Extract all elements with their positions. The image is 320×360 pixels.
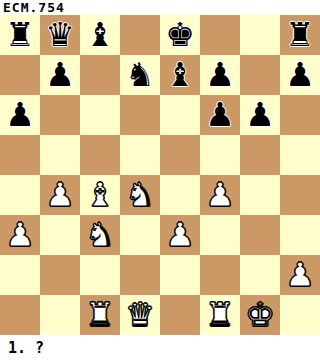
square-d1[interactable]: ♛: [120, 295, 160, 335]
square-f8[interactable]: [200, 15, 240, 55]
square-f1[interactable]: ♜: [200, 295, 240, 335]
square-f2[interactable]: [200, 255, 240, 295]
square-d2[interactable]: [120, 255, 160, 295]
square-h8[interactable]: ♜: [280, 15, 320, 55]
square-f6[interactable]: ♟: [200, 95, 240, 135]
square-c2[interactable]: [80, 255, 120, 295]
square-e1[interactable]: [160, 295, 200, 335]
square-c6[interactable]: [80, 95, 120, 135]
square-d7[interactable]: ♞: [120, 55, 160, 95]
square-d8[interactable]: [120, 15, 160, 55]
piece-black-pawn: ♟: [280, 55, 320, 95]
square-f5[interactable]: [200, 135, 240, 175]
square-f3[interactable]: [200, 215, 240, 255]
piece-white-rook: ♜: [200, 295, 240, 335]
square-b6[interactable]: [40, 95, 80, 135]
square-h4[interactable]: [280, 175, 320, 215]
square-f4[interactable]: ♟: [200, 175, 240, 215]
piece-white-rook: ♜: [80, 295, 120, 335]
square-h2[interactable]: ♟: [280, 255, 320, 295]
piece-white-knight: ♞: [120, 175, 160, 215]
square-h3[interactable]: [280, 215, 320, 255]
square-h1[interactable]: [280, 295, 320, 335]
square-e6[interactable]: [160, 95, 200, 135]
piece-black-pawn: ♟: [0, 95, 40, 135]
square-b8[interactable]: ♛: [40, 15, 80, 55]
piece-black-rook: ♜: [0, 15, 40, 55]
square-d3[interactable]: [120, 215, 160, 255]
piece-black-king: ♚: [160, 15, 200, 55]
piece-black-pawn: ♟: [200, 95, 240, 135]
square-c5[interactable]: [80, 135, 120, 175]
square-c7[interactable]: [80, 55, 120, 95]
square-b1[interactable]: [40, 295, 80, 335]
square-g8[interactable]: [240, 15, 280, 55]
square-c1[interactable]: ♜: [80, 295, 120, 335]
piece-black-queen: ♛: [40, 15, 80, 55]
piece-white-bishop: ♝: [80, 175, 120, 215]
square-b4[interactable]: ♟: [40, 175, 80, 215]
square-b2[interactable]: [40, 255, 80, 295]
square-a2[interactable]: [0, 255, 40, 295]
square-c8[interactable]: ♝: [80, 15, 120, 55]
square-b7[interactable]: ♟: [40, 55, 80, 95]
square-h6[interactable]: [280, 95, 320, 135]
piece-white-pawn: ♟: [200, 175, 240, 215]
square-c4[interactable]: ♝: [80, 175, 120, 215]
square-f7[interactable]: ♟: [200, 55, 240, 95]
piece-black-pawn: ♟: [40, 55, 80, 95]
square-c3[interactable]: ♞: [80, 215, 120, 255]
square-e3[interactable]: ♟: [160, 215, 200, 255]
square-a7[interactable]: [0, 55, 40, 95]
piece-white-pawn: ♟: [160, 215, 200, 255]
square-a5[interactable]: [0, 135, 40, 175]
square-h5[interactable]: [280, 135, 320, 175]
square-g6[interactable]: ♟: [240, 95, 280, 135]
square-e7[interactable]: ♝: [160, 55, 200, 95]
square-a6[interactable]: ♟: [0, 95, 40, 135]
square-b3[interactable]: [40, 215, 80, 255]
square-a4[interactable]: [0, 175, 40, 215]
piece-black-pawn: ♟: [240, 95, 280, 135]
square-g4[interactable]: [240, 175, 280, 215]
chess-board: ♜♛♝♚♜♟♞♝♟♟♟♟♟♟♝♞♟♟♞♟♟♜♛♜♚: [0, 15, 320, 335]
square-b5[interactable]: [40, 135, 80, 175]
piece-black-pawn: ♟: [200, 55, 240, 95]
square-d4[interactable]: ♞: [120, 175, 160, 215]
square-g1[interactable]: ♚: [240, 295, 280, 335]
square-e2[interactable]: [160, 255, 200, 295]
square-g7[interactable]: [240, 55, 280, 95]
square-e4[interactable]: [160, 175, 200, 215]
square-a1[interactable]: [0, 295, 40, 335]
piece-white-pawn: ♟: [280, 255, 320, 295]
square-e5[interactable]: [160, 135, 200, 175]
square-d6[interactable]: [120, 95, 160, 135]
square-a8[interactable]: ♜: [0, 15, 40, 55]
square-g2[interactable]: [240, 255, 280, 295]
square-e8[interactable]: ♚: [160, 15, 200, 55]
square-d5[interactable]: [120, 135, 160, 175]
square-h7[interactable]: ♟: [280, 55, 320, 95]
piece-white-knight: ♞: [80, 215, 120, 255]
piece-white-queen: ♛: [120, 295, 160, 335]
piece-black-bishop: ♝: [80, 15, 120, 55]
piece-black-knight: ♞: [120, 55, 160, 95]
piece-white-king: ♚: [240, 295, 280, 335]
piece-black-bishop: ♝: [160, 55, 200, 95]
piece-white-pawn: ♟: [0, 215, 40, 255]
square-g5[interactable]: [240, 135, 280, 175]
piece-black-rook: ♜: [280, 15, 320, 55]
move-prompt: 1. ?: [0, 335, 320, 356]
square-g3[interactable]: [240, 215, 280, 255]
piece-white-pawn: ♟: [40, 175, 80, 215]
square-a3[interactable]: ♟: [0, 215, 40, 255]
diagram-title: ECM.754: [0, 0, 320, 15]
